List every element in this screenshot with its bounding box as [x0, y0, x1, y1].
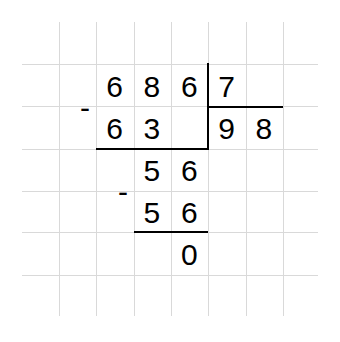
digit-cell: 8 — [245, 106, 282, 148]
minus-sign-2: - — [118, 177, 128, 207]
digit-cell: 5 — [133, 148, 170, 190]
digit-cell: 6 — [171, 191, 208, 233]
digit-cell: 9 — [208, 106, 245, 148]
worksheet: 6867639856560 - - — [0, 0, 340, 342]
digit-cell: 5 — [133, 191, 170, 233]
digit-cell: 6 — [171, 148, 208, 190]
digit-grid: 6867639856560 — [21, 22, 319, 317]
digit-cell: 6 — [96, 106, 133, 148]
digit-cell: 7 — [208, 64, 245, 106]
digit-cell: 0 — [171, 233, 208, 275]
digit-cell: 8 — [133, 64, 170, 106]
digit-cell: 6 — [171, 64, 208, 106]
digit-cell: 3 — [133, 106, 170, 148]
minus-sign-1: - — [80, 93, 90, 123]
digit-cell: 6 — [96, 64, 133, 106]
